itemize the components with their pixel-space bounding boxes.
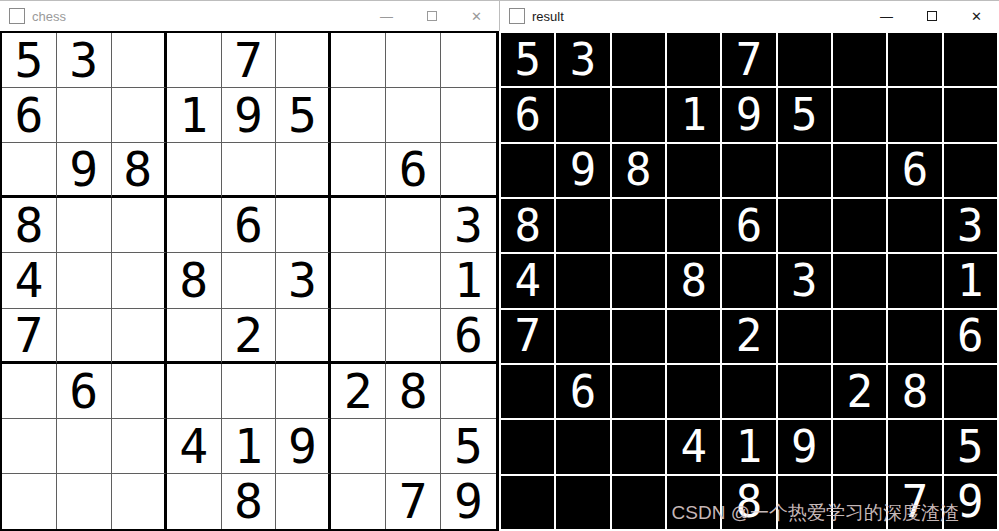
cell-r9c8: 7 [887,475,942,530]
cell-r3c5 [721,143,776,198]
cell-r1c2: 3 [555,32,610,87]
cell-r9c7 [331,474,386,529]
cell-r3c4 [666,143,721,198]
cell-r3c5 [222,143,277,198]
cell-r5c1: 4 [500,253,555,308]
cell-r1c6 [276,33,331,88]
cell-r5c7 [832,253,887,308]
window-title-chess: chess [32,1,66,32]
cell-r8c3 [112,419,167,474]
cell-r3c7 [832,143,887,198]
cell-r4c3 [112,198,167,253]
cell-r3c1 [2,143,57,198]
cell-r7c3 [112,364,167,419]
cell-r7c6 [777,364,832,419]
cell-r4c5: 6 [222,198,277,253]
cell-r5c5 [222,253,277,308]
window-controls-chess: — ✕ [364,1,499,31]
cell-r2c4: 1 [666,87,721,142]
cell-r5c8 [887,253,942,308]
cell-r7c5 [721,364,776,419]
cell-r9c5: 8 [721,475,776,530]
app-window-icon [9,8,25,24]
cell-r3c8: 6 [887,143,942,198]
cell-r9c5: 8 [222,474,277,529]
cell-r5c1: 4 [2,253,57,308]
cell-r7c2: 6 [555,364,610,419]
cell-r5c5 [721,253,776,308]
cell-r7c3 [611,364,666,419]
maximize-button[interactable] [909,1,954,31]
cell-r9c3 [611,475,666,530]
cell-r2c8 [887,87,942,142]
window-chess: 537619598686348317266284195879 chess — ✕ [0,0,499,531]
cell-r6c9: 6 [943,309,998,364]
window-title-result: result [532,1,564,32]
cell-r8c5: 1 [721,419,776,474]
cell-r8c7 [331,419,386,474]
cell-r1c8 [887,32,942,87]
cell-r6c2 [57,309,112,364]
cell-r5c2 [57,253,112,308]
cell-r1c9 [441,33,496,88]
cell-r6c5: 2 [721,309,776,364]
cell-r2c3 [112,88,167,143]
cell-r1c2: 3 [57,33,112,88]
cell-r1c3 [611,32,666,87]
cell-r1c9 [943,32,998,87]
cell-r3c9 [441,143,496,198]
app-window-icon [509,8,525,24]
cell-r5c2 [555,253,610,308]
cell-r5c4: 8 [167,253,222,308]
close-button[interactable]: ✕ [454,1,499,31]
cell-r5c3 [112,253,167,308]
cell-r4c9: 3 [441,198,496,253]
cell-r4c6 [276,198,331,253]
cell-r7c4 [167,364,222,419]
cell-r8c3 [611,419,666,474]
cell-r9c7 [832,475,887,530]
cell-r9c1 [500,475,555,530]
cell-r1c5: 7 [721,32,776,87]
sudoku-board-original: 537619598686348317266284195879 [0,31,499,531]
cell-r4c1: 8 [2,198,57,253]
cell-r4c8 [386,198,441,253]
cell-r6c8 [386,309,441,364]
cell-r1c1: 5 [500,32,555,87]
cell-r4c1: 8 [500,198,555,253]
cell-r3c1 [500,143,555,198]
cell-r9c2 [57,474,112,529]
cell-r3c3: 8 [112,143,167,198]
cell-r2c5: 9 [222,88,277,143]
cell-r6c7 [832,309,887,364]
cell-r1c7 [832,32,887,87]
cell-r5c9: 1 [943,253,998,308]
cell-r5c9: 1 [441,253,496,308]
cell-r4c2 [555,198,610,253]
window-result: 537619598686348317266284195879 result — … [499,0,999,531]
cell-r8c7 [832,419,887,474]
cell-r2c9 [441,88,496,143]
cell-r3c3: 8 [611,143,666,198]
cell-r5c4: 8 [666,253,721,308]
cell-r8c4: 4 [167,419,222,474]
cell-r6c6 [276,309,331,364]
cell-r6c6 [777,309,832,364]
cell-r7c9 [441,364,496,419]
cell-r7c7: 2 [331,364,386,419]
cell-r3c7 [331,143,386,198]
cell-r4c3 [611,198,666,253]
cell-r6c2 [555,309,610,364]
cell-r7c8: 8 [386,364,441,419]
screen: 537619598686348317266284195879 chess — ✕… [0,0,999,531]
cell-r1c4 [167,33,222,88]
cell-r7c1 [2,364,57,419]
cell-r2c7 [832,87,887,142]
cell-r2c3 [611,87,666,142]
cell-r9c9: 9 [441,474,496,529]
cell-r4c5: 6 [721,198,776,253]
cell-r8c9: 5 [943,419,998,474]
cell-r3c9 [943,143,998,198]
minimize-button[interactable]: — [364,1,409,31]
window-controls-result: — ✕ [864,1,999,31]
cell-r2c5: 9 [721,87,776,142]
cell-r6c4 [666,309,721,364]
cell-r8c8 [887,419,942,474]
cell-r3c6 [276,143,331,198]
cell-r4c2 [57,198,112,253]
cell-r1c4 [666,32,721,87]
cell-r7c5 [222,364,277,419]
cell-r7c8: 8 [887,364,942,419]
cell-r5c6: 3 [777,253,832,308]
cell-r1c7 [331,33,386,88]
cell-r6c3 [611,309,666,364]
cell-r9c6 [777,475,832,530]
cell-r6c5: 2 [222,309,277,364]
cell-r3c2: 9 [57,143,112,198]
cell-r8c1 [2,419,57,474]
cell-r1c8 [386,33,441,88]
cell-r1c5: 7 [222,33,277,88]
cell-r7c9 [943,364,998,419]
cell-r2c2 [555,87,610,142]
cell-r9c2 [555,475,610,530]
cell-r9c3 [112,474,167,529]
cell-r3c4 [167,143,222,198]
cell-r2c7 [331,88,386,143]
cell-r3c2: 9 [555,143,610,198]
cell-r7c6 [276,364,331,419]
cell-r8c1 [500,419,555,474]
cell-r7c1 [500,364,555,419]
cell-r1c6 [777,32,832,87]
cell-r5c7 [331,253,386,308]
cell-r6c7 [331,309,386,364]
cell-r5c8 [386,253,441,308]
cell-r2c4: 1 [167,88,222,143]
cell-r2c9 [943,87,998,142]
cell-r4c9: 3 [943,198,998,253]
cell-r2c1: 6 [500,87,555,142]
cell-r4c4 [167,198,222,253]
cell-r8c5: 1 [222,419,277,474]
cell-r9c4 [167,474,222,529]
maximize-icon [427,11,437,21]
cell-r2c1: 6 [2,88,57,143]
cell-r8c6: 9 [276,419,331,474]
cell-r8c2 [555,419,610,474]
maximize-button[interactable] [409,1,454,31]
cell-r2c6: 5 [276,88,331,143]
cell-r7c2: 6 [57,364,112,419]
cell-r4c7 [331,198,386,253]
cell-r3c8: 6 [386,143,441,198]
cell-r8c8 [386,419,441,474]
cell-r6c9: 6 [441,309,496,364]
cell-r9c4 [666,475,721,530]
cell-r4c7 [832,198,887,253]
cell-r4c4 [666,198,721,253]
sudoku-board-result: 537619598686348317266284195879 [499,31,999,531]
cell-r9c1 [2,474,57,529]
cell-r2c8 [386,88,441,143]
titlebar-result[interactable]: result — ✕ [499,0,999,31]
cell-r2c6: 5 [777,87,832,142]
cell-r6c1: 7 [2,309,57,364]
cell-r9c6 [276,474,331,529]
cell-r1c1: 5 [2,33,57,88]
cell-r6c3 [112,309,167,364]
cell-r5c3 [611,253,666,308]
cell-r8c6: 9 [777,419,832,474]
close-button[interactable]: ✕ [954,1,999,31]
cell-r7c4 [666,364,721,419]
cell-r6c1: 7 [500,309,555,364]
cell-r4c6 [777,198,832,253]
cell-r3c6 [777,143,832,198]
cell-r9c9: 9 [943,475,998,530]
minimize-button[interactable]: — [864,1,909,31]
cell-r8c9: 5 [441,419,496,474]
cell-r8c4: 4 [666,419,721,474]
cell-r6c4 [167,309,222,364]
cell-r9c8: 7 [386,474,441,529]
cell-r2c2 [57,88,112,143]
maximize-icon [927,11,937,21]
cell-r1c3 [112,33,167,88]
cell-r5c6: 3 [276,253,331,308]
cell-r6c8 [887,309,942,364]
cell-r7c7: 2 [832,364,887,419]
cell-r8c2 [57,419,112,474]
titlebar-chess[interactable]: chess — ✕ [0,0,499,31]
cell-r4c8 [887,198,942,253]
